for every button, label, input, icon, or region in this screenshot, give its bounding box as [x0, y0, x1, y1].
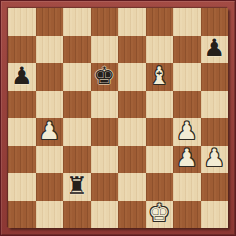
- white-king-icon: ♚: [148, 201, 170, 225]
- square-b7[interactable]: [36, 36, 64, 64]
- square-c5[interactable]: [63, 91, 91, 119]
- square-b6[interactable]: [36, 63, 64, 91]
- square-e7[interactable]: [118, 36, 146, 64]
- square-a2[interactable]: [8, 173, 36, 201]
- square-a5[interactable]: [8, 91, 36, 119]
- square-d6[interactable]: ♚: [91, 63, 119, 91]
- square-d8[interactable]: [91, 8, 119, 36]
- square-b3[interactable]: [36, 146, 64, 174]
- square-d3[interactable]: [91, 146, 119, 174]
- square-d1[interactable]: [91, 201, 119, 229]
- square-d4[interactable]: [91, 118, 119, 146]
- square-g1[interactable]: [173, 201, 201, 229]
- square-g4[interactable]: ♟: [173, 118, 201, 146]
- square-a8[interactable]: [8, 8, 36, 36]
- square-c6[interactable]: [63, 63, 91, 91]
- square-h4[interactable]: [201, 118, 229, 146]
- square-a4[interactable]: [8, 118, 36, 146]
- square-g2[interactable]: [173, 173, 201, 201]
- square-b2[interactable]: [36, 173, 64, 201]
- square-h2[interactable]: [201, 173, 229, 201]
- square-f3[interactable]: [146, 146, 174, 174]
- square-e6[interactable]: [118, 63, 146, 91]
- black-pawn-icon: ♟: [203, 36, 225, 60]
- square-a7[interactable]: [8, 36, 36, 64]
- square-e3[interactable]: [118, 146, 146, 174]
- square-f8[interactable]: [146, 8, 174, 36]
- square-g7[interactable]: [173, 36, 201, 64]
- square-a1[interactable]: [8, 201, 36, 229]
- square-d7[interactable]: [91, 36, 119, 64]
- square-h6[interactable]: [201, 63, 229, 91]
- square-b8[interactable]: [36, 8, 64, 36]
- white-bishop-icon: ♝: [148, 64, 170, 88]
- square-b1[interactable]: [36, 201, 64, 229]
- white-pawn-icon: ♟: [176, 119, 198, 143]
- square-e2[interactable]: [118, 173, 146, 201]
- square-g5[interactable]: [173, 91, 201, 119]
- square-c3[interactable]: [63, 146, 91, 174]
- square-a6[interactable]: ♟: [8, 63, 36, 91]
- square-b5[interactable]: [36, 91, 64, 119]
- square-e8[interactable]: [118, 8, 146, 36]
- square-g3[interactable]: ♟: [173, 146, 201, 174]
- white-pawn-icon: ♟: [38, 119, 60, 143]
- square-e4[interactable]: [118, 118, 146, 146]
- square-e1[interactable]: [118, 201, 146, 229]
- square-b4[interactable]: ♟: [36, 118, 64, 146]
- square-e5[interactable]: [118, 91, 146, 119]
- square-g8[interactable]: [173, 8, 201, 36]
- square-a3[interactable]: [8, 146, 36, 174]
- white-pawn-icon: ♟: [203, 146, 225, 170]
- white-pawn-icon: ♟: [176, 146, 198, 170]
- square-c2[interactable]: ♜: [63, 173, 91, 201]
- square-h3[interactable]: ♟: [201, 146, 229, 174]
- square-f5[interactable]: [146, 91, 174, 119]
- square-d5[interactable]: [91, 91, 119, 119]
- square-f1[interactable]: ♚: [146, 201, 174, 229]
- square-c8[interactable]: [63, 8, 91, 36]
- square-f7[interactable]: [146, 36, 174, 64]
- square-f4[interactable]: [146, 118, 174, 146]
- square-h7[interactable]: ♟: [201, 36, 229, 64]
- black-king-icon: ♚: [93, 64, 115, 88]
- square-f6[interactable]: ♝: [146, 63, 174, 91]
- square-h8[interactable]: [201, 8, 229, 36]
- square-f2[interactable]: [146, 173, 174, 201]
- chess-board: ♟♟♚♝♟♟♟♟♜♚: [8, 8, 228, 228]
- black-pawn-icon: ♟: [11, 64, 33, 88]
- black-rook-icon: ♜: [66, 174, 88, 198]
- square-g6[interactable]: [173, 63, 201, 91]
- board-frame: ♟♟♚♝♟♟♟♟♜♚: [0, 0, 236, 236]
- square-h5[interactable]: [201, 91, 229, 119]
- square-c1[interactable]: [63, 201, 91, 229]
- square-h1[interactable]: [201, 201, 229, 229]
- square-c4[interactable]: [63, 118, 91, 146]
- square-d2[interactable]: [91, 173, 119, 201]
- square-c7[interactable]: [63, 36, 91, 64]
